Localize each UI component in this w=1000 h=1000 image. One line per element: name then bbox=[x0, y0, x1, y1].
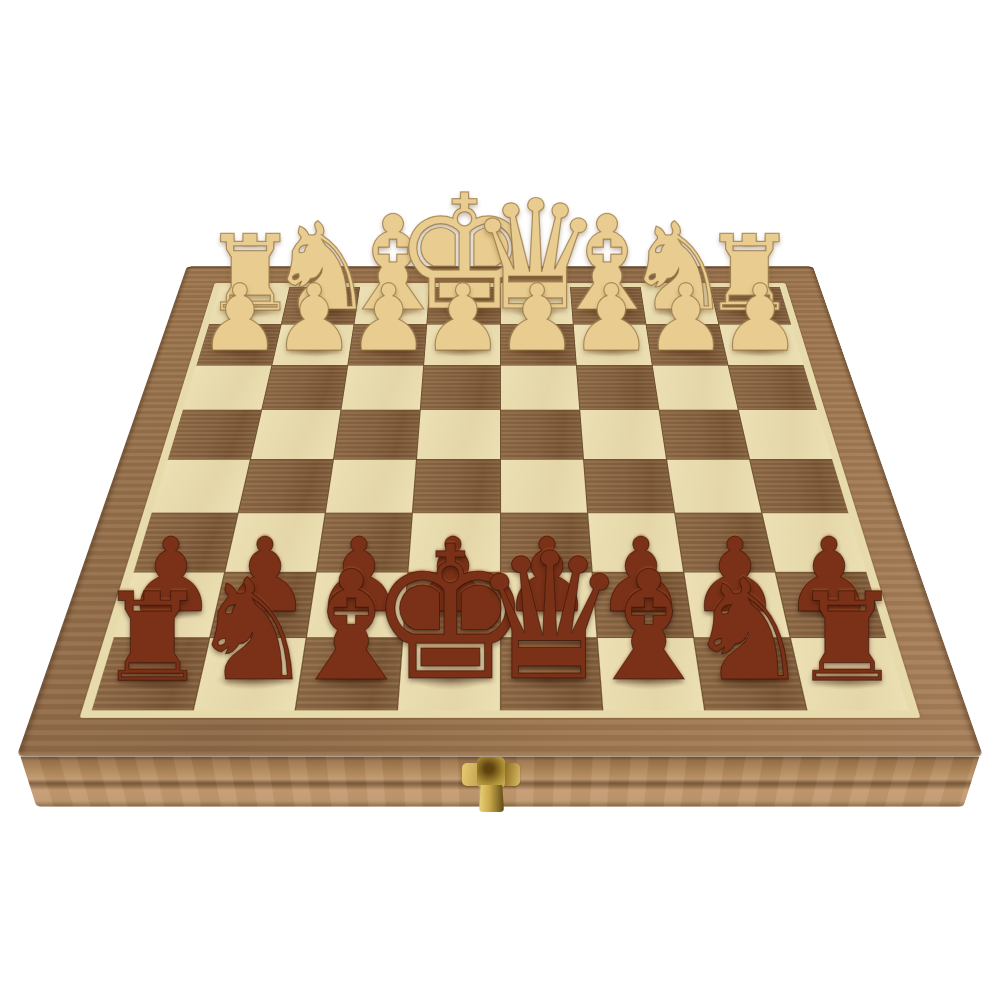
piece-white-pawn[interactable]: ♟ bbox=[496, 272, 579, 364]
piece-black-rook[interactable]: ♜ bbox=[793, 577, 902, 699]
product-photo-stage: ♜♞♝♚♛♝♞♜♟♟♟♟♟♟♟♟♟♟♟♟♟♟♟♟♜♞♝♚♛♝♞♜ bbox=[0, 0, 1000, 1000]
latch-hook bbox=[479, 785, 504, 812]
latch-body bbox=[477, 757, 505, 788]
piece-white-pawn[interactable]: ♟ bbox=[719, 272, 802, 364]
piece-white-pawn[interactable]: ♟ bbox=[421, 272, 504, 364]
pieces-layer: ♜♞♝♚♛♝♞♜♟♟♟♟♟♟♟♟♟♟♟♟♟♟♟♟♜♞♝♚♛♝♞♜ bbox=[0, 0, 1000, 1000]
piece-white-pawn[interactable]: ♟ bbox=[347, 272, 430, 364]
piece-white-pawn[interactable]: ♟ bbox=[570, 272, 653, 364]
piece-white-pawn[interactable]: ♟ bbox=[273, 272, 356, 364]
brass-latch bbox=[462, 756, 520, 814]
piece-white-pawn[interactable]: ♟ bbox=[198, 272, 281, 364]
piece-white-pawn[interactable]: ♟ bbox=[644, 272, 727, 364]
